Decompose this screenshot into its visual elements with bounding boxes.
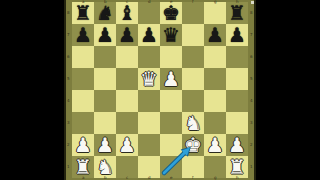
square-d2[interactable]	[138, 134, 160, 156]
rank-label-left-4: 4	[67, 99, 70, 103]
white-pawn[interactable]: ♟	[206, 134, 224, 156]
rank-label-left-3: 3	[67, 121, 70, 125]
square-h5[interactable]	[226, 68, 248, 90]
square-e2[interactable]	[160, 134, 182, 156]
square-b2[interactable]: ♟	[94, 134, 116, 156]
square-c2[interactable]: ♟	[116, 134, 138, 156]
black-rook[interactable]: ♜	[228, 2, 246, 24]
file-label-top-d: d	[148, 0, 151, 4]
square-f3[interactable]: ♞	[182, 112, 204, 134]
square-h3[interactable]	[226, 112, 248, 134]
square-c3[interactable]	[116, 112, 138, 134]
square-g3[interactable]	[204, 112, 226, 134]
square-e4[interactable]	[160, 90, 182, 112]
file-label-top-a: a	[82, 0, 84, 4]
black-knight[interactable]: ♞	[96, 2, 114, 24]
rank-label-right-5: 5	[250, 77, 253, 81]
rank-label-left-6: 6	[67, 55, 70, 59]
square-f8[interactable]	[182, 2, 204, 24]
black-pawn[interactable]: ♟	[206, 24, 224, 46]
square-f7[interactable]	[182, 24, 204, 46]
black-pawn[interactable]: ♟	[118, 24, 136, 46]
file-label-bottom-a: a	[82, 176, 84, 180]
file-label-top-g: g	[214, 0, 217, 4]
square-g2[interactable]: ♟	[204, 134, 226, 156]
square-d8[interactable]	[138, 2, 160, 24]
square-c8[interactable]: ♝	[116, 2, 138, 24]
black-queen[interactable]: ♛	[162, 24, 180, 46]
file-label-bottom-d: d	[148, 176, 151, 180]
square-h2[interactable]: ♟	[226, 134, 248, 156]
letterbox-left	[0, 0, 64, 180]
file-label-bottom-f: f	[192, 176, 193, 180]
file-label-bottom-h: h	[236, 176, 239, 180]
square-g6[interactable]	[204, 46, 226, 68]
square-a5[interactable]	[72, 68, 94, 90]
square-d3[interactable]	[138, 112, 160, 134]
square-a4[interactable]	[72, 90, 94, 112]
square-b8[interactable]: ♞	[94, 2, 116, 24]
chess-board: ♜♞♝♚♜♟♟♟♟♛♟♟♛♟♞♟♟♟♚♟♟♜♞♜	[72, 2, 248, 178]
square-h4[interactable]	[226, 90, 248, 112]
letterbox-right	[256, 0, 320, 180]
square-f4[interactable]	[182, 90, 204, 112]
square-g8[interactable]	[204, 2, 226, 24]
square-h7[interactable]: ♟	[226, 24, 248, 46]
file-label-top-h: h	[236, 0, 239, 4]
rank-label-right-3: 3	[250, 121, 253, 125]
corner-dot	[251, 1, 254, 4]
square-d6[interactable]	[138, 46, 160, 68]
square-h6[interactable]	[226, 46, 248, 68]
file-label-bottom-b: b	[104, 176, 107, 180]
rank-label-left-8: 8	[67, 11, 70, 15]
file-label-bottom-g: g	[214, 176, 217, 180]
square-g5[interactable]	[204, 68, 226, 90]
rank-label-right-2: 2	[250, 143, 253, 147]
white-king[interactable]: ♚	[184, 134, 202, 156]
square-b6[interactable]	[94, 46, 116, 68]
square-d7[interactable]: ♟	[138, 24, 160, 46]
black-pawn[interactable]: ♟	[228, 24, 246, 46]
black-rook[interactable]: ♜	[74, 2, 92, 24]
square-c5[interactable]	[116, 68, 138, 90]
rank-label-right-1: 1	[250, 165, 253, 169]
square-c6[interactable]	[116, 46, 138, 68]
square-g7[interactable]: ♟	[204, 24, 226, 46]
black-pawn[interactable]: ♟	[140, 24, 158, 46]
square-e6[interactable]	[160, 46, 182, 68]
white-pawn[interactable]: ♟	[162, 68, 180, 90]
rank-label-left-1: 1	[67, 165, 70, 169]
rank-label-left-2: 2	[67, 143, 70, 147]
white-knight[interactable]: ♞	[184, 112, 202, 134]
black-king[interactable]: ♚	[162, 2, 180, 24]
rank-label-left-7: 7	[67, 33, 70, 37]
black-pawn[interactable]: ♟	[96, 24, 114, 46]
rank-label-right-6: 6	[250, 55, 253, 59]
black-pawn[interactable]: ♟	[74, 24, 92, 46]
square-d5[interactable]: ♛	[138, 68, 160, 90]
square-b4[interactable]	[94, 90, 116, 112]
chess-thumbnail: ♜♞♝♚♜♟♟♟♟♛♟♟♛♟♞♟♟♟♚♟♟♜♞♜ aabbccddeeffggh…	[0, 0, 320, 180]
rank-label-left-5: 5	[67, 77, 70, 81]
square-b7[interactable]: ♟	[94, 24, 116, 46]
file-label-top-f: f	[192, 0, 193, 4]
square-f5[interactable]	[182, 68, 204, 90]
square-b3[interactable]	[94, 112, 116, 134]
black-bishop[interactable]: ♝	[118, 2, 136, 24]
white-queen[interactable]: ♛	[140, 68, 158, 90]
square-g4[interactable]	[204, 90, 226, 112]
square-e8[interactable]: ♚	[160, 2, 182, 24]
square-e5[interactable]: ♟	[160, 68, 182, 90]
file-label-bottom-c: c	[126, 176, 128, 180]
board-frame: ♜♞♝♚♜♟♟♟♟♛♟♟♛♟♞♟♟♟♚♟♟♜♞♜ aabbccddeeffggh…	[64, 0, 256, 180]
square-e7[interactable]: ♛	[160, 24, 182, 46]
square-f2[interactable]: ♚	[182, 134, 204, 156]
square-h8[interactable]: ♜	[226, 2, 248, 24]
square-f1[interactable]	[182, 156, 204, 178]
square-a7[interactable]: ♟	[72, 24, 94, 46]
white-pawn[interactable]: ♟	[118, 134, 136, 156]
square-e3[interactable]	[160, 112, 182, 134]
rank-label-right-4: 4	[250, 99, 253, 103]
square-b5[interactable]	[94, 68, 116, 90]
rank-label-right-8: 8	[250, 11, 253, 15]
rank-label-right-7: 7	[250, 33, 253, 37]
square-d4[interactable]	[138, 90, 160, 112]
square-a2[interactable]: ♟	[72, 134, 94, 156]
square-a6[interactable]	[72, 46, 94, 68]
white-pawn[interactable]: ♟	[228, 134, 246, 156]
white-pawn[interactable]: ♟	[74, 134, 92, 156]
square-a3[interactable]	[72, 112, 94, 134]
square-a8[interactable]: ♜	[72, 2, 94, 24]
square-c4[interactable]	[116, 90, 138, 112]
file-label-top-c: c	[126, 0, 128, 4]
file-label-top-b: b	[104, 0, 107, 4]
file-label-top-e: e	[170, 0, 172, 4]
file-label-bottom-e: e	[170, 176, 172, 180]
white-pawn[interactable]: ♟	[96, 134, 114, 156]
square-f6[interactable]	[182, 46, 204, 68]
square-c7[interactable]: ♟	[116, 24, 138, 46]
